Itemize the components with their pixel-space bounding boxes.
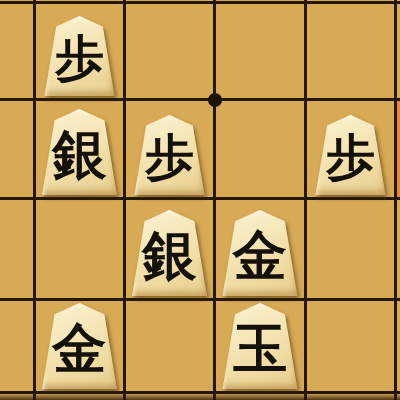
square-2i[interactable] bbox=[307, 301, 397, 394]
square-6h-partial[interactable] bbox=[0, 200, 36, 301]
piece-kanji-gold: 金 bbox=[53, 322, 107, 376]
piece-pawn-5f[interactable]: 歩 bbox=[43, 16, 116, 96]
square-3g[interactable] bbox=[216, 101, 307, 200]
piece-body: 銀 bbox=[131, 210, 209, 296]
square-6i-partial[interactable] bbox=[0, 301, 36, 394]
piece-silver-5g[interactable]: 銀 bbox=[41, 109, 119, 195]
piece-body: 金 bbox=[221, 210, 299, 296]
piece-pawn-4g[interactable]: 歩 bbox=[133, 115, 206, 195]
square-2f[interactable] bbox=[307, 4, 397, 101]
square-5f[interactable]: 歩 bbox=[36, 4, 126, 101]
piece-body: 金 bbox=[41, 303, 119, 389]
piece-kanji-pawn: 歩 bbox=[55, 34, 104, 83]
piece-kanji-king: 玉 bbox=[233, 322, 287, 376]
square-5h[interactable] bbox=[36, 200, 126, 301]
piece-silver-4h[interactable]: 銀 bbox=[131, 210, 209, 296]
piece-body: 銀 bbox=[41, 109, 119, 195]
piece-king-3i[interactable]: 玉 bbox=[221, 303, 299, 389]
square-3h[interactable]: 金 bbox=[216, 200, 307, 301]
square-5i[interactable]: 金 bbox=[36, 301, 126, 394]
square-6g-partial[interactable] bbox=[0, 101, 36, 200]
piece-kanji-pawn: 歩 bbox=[145, 133, 194, 182]
square-6f-partial[interactable] bbox=[0, 4, 36, 101]
board-margin bbox=[36, 394, 126, 400]
square-3f[interactable] bbox=[216, 4, 307, 101]
board-margin bbox=[307, 394, 397, 400]
piece-gold-3h[interactable]: 金 bbox=[221, 210, 299, 296]
piece-body: 歩 bbox=[133, 115, 206, 195]
square-4h[interactable]: 銀 bbox=[126, 200, 216, 301]
piece-pawn-2g[interactable]: 歩 bbox=[314, 115, 387, 195]
piece-body: 歩 bbox=[314, 115, 387, 195]
shogi-board: 歩 銀 歩 歩 銀 bbox=[0, 0, 400, 400]
square-3i[interactable]: 玉 bbox=[216, 301, 307, 394]
piece-kanji-silver: 銀 bbox=[53, 128, 107, 182]
piece-kanji-silver: 銀 bbox=[143, 229, 197, 283]
board-margin bbox=[0, 394, 36, 400]
piece-body: 玉 bbox=[221, 303, 299, 389]
square-5g[interactable]: 銀 bbox=[36, 101, 126, 200]
board-margin bbox=[126, 394, 216, 400]
piece-gold-5i[interactable]: 金 bbox=[41, 303, 119, 389]
square-2g[interactable]: 歩 bbox=[307, 101, 397, 200]
square-4i[interactable] bbox=[126, 301, 216, 394]
piece-body: 歩 bbox=[43, 16, 116, 96]
square-4g[interactable]: 歩 bbox=[126, 101, 216, 200]
square-2h[interactable] bbox=[307, 200, 397, 301]
square-4f[interactable] bbox=[126, 4, 216, 101]
piece-kanji-pawn: 歩 bbox=[326, 133, 375, 182]
board-margin bbox=[216, 394, 307, 400]
piece-kanji-gold: 金 bbox=[233, 229, 287, 283]
